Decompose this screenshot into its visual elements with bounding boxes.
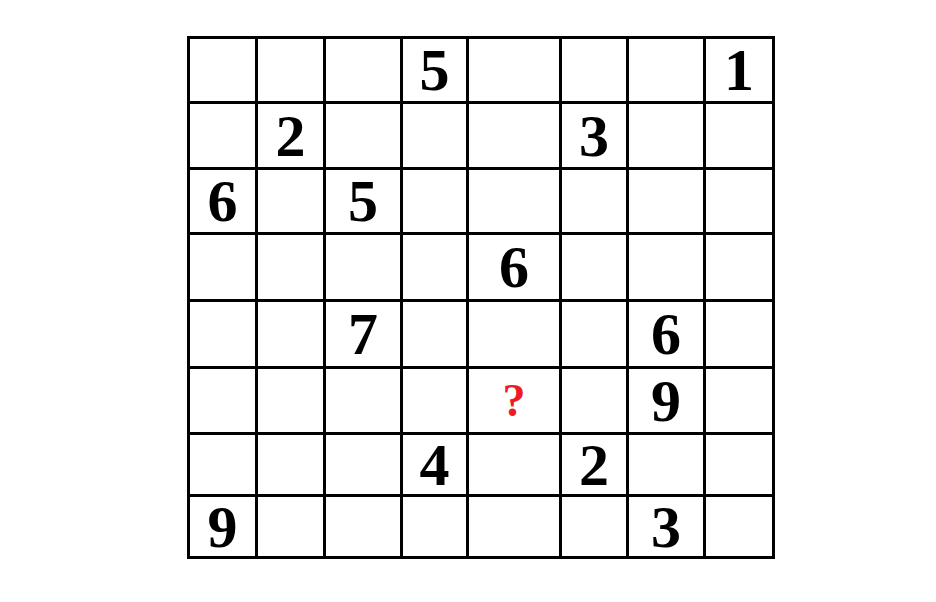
- cell-r8c5: [469, 497, 562, 559]
- cell-r3c3: 5: [326, 170, 403, 235]
- puzzle-page: 512365676?94293: [0, 0, 936, 602]
- cell-r1c6: [562, 39, 629, 104]
- cell-r8c2: [258, 497, 326, 559]
- cell-r4c5: 6: [469, 235, 562, 302]
- cell-r3c7: [629, 170, 706, 235]
- cell-r5c2: [258, 302, 326, 369]
- cell-r7c3: [326, 435, 403, 497]
- cell-r2c5: [469, 104, 562, 170]
- cell-r5c1: [190, 302, 258, 369]
- cell-r7c4: 4: [403, 435, 469, 497]
- cell-r3c2: [258, 170, 326, 235]
- puzzle-grid: 512365676?94293: [187, 36, 775, 559]
- cell-r1c8: 1: [706, 39, 775, 104]
- cell-r8c8: [706, 497, 775, 559]
- cell-r2c4: [403, 104, 469, 170]
- cell-r6c3: [326, 369, 403, 435]
- cell-r7c5: [469, 435, 562, 497]
- cell-r2c6: 3: [562, 104, 629, 170]
- cell-r5c6: [562, 302, 629, 369]
- cell-r6c4: [403, 369, 469, 435]
- cell-r2c7: [629, 104, 706, 170]
- cell-r2c1: [190, 104, 258, 170]
- cell-r1c7: [629, 39, 706, 104]
- cell-r7c8: [706, 435, 775, 497]
- cell-r2c2: 2: [258, 104, 326, 170]
- cell-r5c7: 6: [629, 302, 706, 369]
- cell-r6c6: [562, 369, 629, 435]
- cell-r2c3: [326, 104, 403, 170]
- cell-r8c3: [326, 497, 403, 559]
- cell-r4c6: [562, 235, 629, 302]
- cell-r1c3: [326, 39, 403, 104]
- cell-r3c5: [469, 170, 562, 235]
- cell-r3c4: [403, 170, 469, 235]
- cell-r8c7: 3: [629, 497, 706, 559]
- cell-r4c8: [706, 235, 775, 302]
- cell-r3c8: [706, 170, 775, 235]
- cell-r3c1: 6: [190, 170, 258, 235]
- cell-r5c3: 7: [326, 302, 403, 369]
- cell-r8c4: [403, 497, 469, 559]
- cell-r4c7: [629, 235, 706, 302]
- cell-r8c6: [562, 497, 629, 559]
- cell-r6c8: [706, 369, 775, 435]
- cell-r7c1: [190, 435, 258, 497]
- cell-r1c5: [469, 39, 562, 104]
- cell-r7c7: [629, 435, 706, 497]
- cell-r5c8: [706, 302, 775, 369]
- cell-r5c4: [403, 302, 469, 369]
- cell-r4c1: [190, 235, 258, 302]
- cell-r6c7: 9: [629, 369, 706, 435]
- cell-r4c4: [403, 235, 469, 302]
- cell-r1c4: 5: [403, 39, 469, 104]
- cell-r6c1: [190, 369, 258, 435]
- cell-r1c1: [190, 39, 258, 104]
- cell-r5c5: [469, 302, 562, 369]
- cell-r8c1: 9: [190, 497, 258, 559]
- cell-r7c6: 2: [562, 435, 629, 497]
- cell-r3c6: [562, 170, 629, 235]
- cell-r6c2: [258, 369, 326, 435]
- cell-r4c2: [258, 235, 326, 302]
- cell-r2c8: [706, 104, 775, 170]
- cell-r6c5-unknown-mark: ?: [469, 369, 562, 435]
- cell-r1c2: [258, 39, 326, 104]
- cell-r7c2: [258, 435, 326, 497]
- cell-r4c3: [326, 235, 403, 302]
